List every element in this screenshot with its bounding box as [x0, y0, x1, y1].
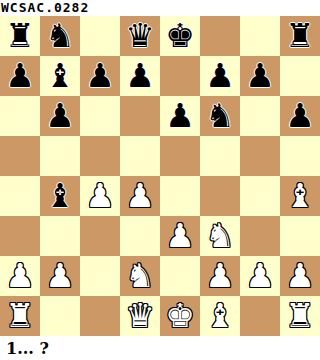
piece-black-king: ♚: [165, 19, 195, 52]
piece-white-rook: ♜: [5, 299, 35, 332]
piece-white-pawn: ♟: [245, 259, 275, 292]
square-b3[interactable]: [40, 216, 80, 256]
square-d1[interactable]: ♛: [120, 296, 160, 336]
piece-black-rook: ♜: [5, 19, 35, 52]
square-e5[interactable]: [160, 136, 200, 176]
square-g7[interactable]: ♟: [240, 56, 280, 96]
piece-black-knight: ♞: [45, 19, 75, 52]
square-g3[interactable]: [240, 216, 280, 256]
piece-white-queen: ♛: [125, 299, 155, 332]
square-g1[interactable]: [240, 296, 280, 336]
move-prompt: 1... ?: [0, 336, 320, 360]
chess-board: ♜♞♛♚♜♟♝♟♟♟♟♟♟♞♟♝♟♟♝♟♞♟♟♞♟♟♟♜♛♚♝♜: [0, 16, 320, 336]
square-e8[interactable]: ♚: [160, 16, 200, 56]
square-b5[interactable]: [40, 136, 80, 176]
square-h5[interactable]: [280, 136, 320, 176]
square-c4[interactable]: ♟: [80, 176, 120, 216]
piece-white-knight: ♞: [125, 259, 155, 292]
square-g8[interactable]: [240, 16, 280, 56]
square-c1[interactable]: [80, 296, 120, 336]
square-a7[interactable]: ♟: [0, 56, 40, 96]
square-b8[interactable]: ♞: [40, 16, 80, 56]
piece-white-pawn: ♟: [5, 259, 35, 292]
square-c6[interactable]: [80, 96, 120, 136]
square-h6[interactable]: ♟: [280, 96, 320, 136]
square-a6[interactable]: [0, 96, 40, 136]
square-f8[interactable]: [200, 16, 240, 56]
square-h4[interactable]: ♝: [280, 176, 320, 216]
square-b6[interactable]: ♟: [40, 96, 80, 136]
square-f4[interactable]: [200, 176, 240, 216]
piece-black-queen: ♛: [125, 19, 155, 52]
square-h2[interactable]: ♟: [280, 256, 320, 296]
square-b1[interactable]: [40, 296, 80, 336]
piece-black-pawn: ♟: [165, 99, 195, 132]
piece-black-pawn: ♟: [205, 59, 235, 92]
square-d3[interactable]: [120, 216, 160, 256]
square-c2[interactable]: [80, 256, 120, 296]
piece-white-pawn: ♟: [85, 179, 115, 212]
square-g5[interactable]: [240, 136, 280, 176]
square-c8[interactable]: [80, 16, 120, 56]
square-d4[interactable]: ♟: [120, 176, 160, 216]
square-c5[interactable]: [80, 136, 120, 176]
square-f3[interactable]: ♞: [200, 216, 240, 256]
square-h3[interactable]: [280, 216, 320, 256]
square-a5[interactable]: [0, 136, 40, 176]
square-d8[interactable]: ♛: [120, 16, 160, 56]
piece-white-pawn: ♟: [285, 259, 315, 292]
piece-black-pawn: ♟: [245, 59, 275, 92]
square-f1[interactable]: ♝: [200, 296, 240, 336]
square-c3[interactable]: [80, 216, 120, 256]
piece-white-pawn: ♟: [45, 259, 75, 292]
piece-black-pawn: ♟: [5, 59, 35, 92]
piece-white-pawn: ♟: [165, 219, 195, 252]
square-f2[interactable]: ♟: [200, 256, 240, 296]
piece-white-knight: ♞: [205, 219, 235, 252]
square-a4[interactable]: [0, 176, 40, 216]
piece-black-bishop: ♝: [45, 59, 75, 92]
piece-black-pawn: ♟: [45, 99, 75, 132]
square-b2[interactable]: ♟: [40, 256, 80, 296]
piece-black-bishop: ♝: [45, 179, 75, 212]
square-a8[interactable]: ♜: [0, 16, 40, 56]
piece-white-bishop: ♝: [285, 179, 315, 212]
puzzle-id: WCSAC.0282: [0, 0, 320, 16]
piece-white-bishop: ♝: [205, 299, 235, 332]
square-e1[interactable]: ♚: [160, 296, 200, 336]
square-f6[interactable]: ♞: [200, 96, 240, 136]
square-g6[interactable]: [240, 96, 280, 136]
square-c7[interactable]: ♟: [80, 56, 120, 96]
piece-black-pawn: ♟: [125, 59, 155, 92]
square-h7[interactable]: [280, 56, 320, 96]
square-d6[interactable]: [120, 96, 160, 136]
piece-black-pawn: ♟: [85, 59, 115, 92]
square-e7[interactable]: [160, 56, 200, 96]
piece-white-pawn: ♟: [125, 179, 155, 212]
piece-white-king: ♚: [165, 299, 195, 332]
square-e3[interactable]: ♟: [160, 216, 200, 256]
square-h1[interactable]: ♜: [280, 296, 320, 336]
square-d5[interactable]: [120, 136, 160, 176]
square-g2[interactable]: ♟: [240, 256, 280, 296]
piece-black-pawn: ♟: [285, 99, 315, 132]
square-e2[interactable]: [160, 256, 200, 296]
square-g4[interactable]: [240, 176, 280, 216]
square-e4[interactable]: [160, 176, 200, 216]
square-d7[interactable]: ♟: [120, 56, 160, 96]
piece-black-rook: ♜: [285, 19, 315, 52]
piece-white-rook: ♜: [285, 299, 315, 332]
square-e6[interactable]: ♟: [160, 96, 200, 136]
square-d2[interactable]: ♞: [120, 256, 160, 296]
square-f7[interactable]: ♟: [200, 56, 240, 96]
piece-white-pawn: ♟: [205, 259, 235, 292]
square-a1[interactable]: ♜: [0, 296, 40, 336]
square-a2[interactable]: ♟: [0, 256, 40, 296]
square-a3[interactable]: [0, 216, 40, 256]
square-h8[interactable]: ♜: [280, 16, 320, 56]
square-b7[interactable]: ♝: [40, 56, 80, 96]
piece-black-knight: ♞: [205, 99, 235, 132]
square-b4[interactable]: ♝: [40, 176, 80, 216]
square-f5[interactable]: [200, 136, 240, 176]
puzzle-page: WCSAC.0282 ♜♞♛♚♜♟♝♟♟♟♟♟♟♞♟♝♟♟♝♟♞♟♟♞♟♟♟♜♛…: [0, 0, 320, 360]
